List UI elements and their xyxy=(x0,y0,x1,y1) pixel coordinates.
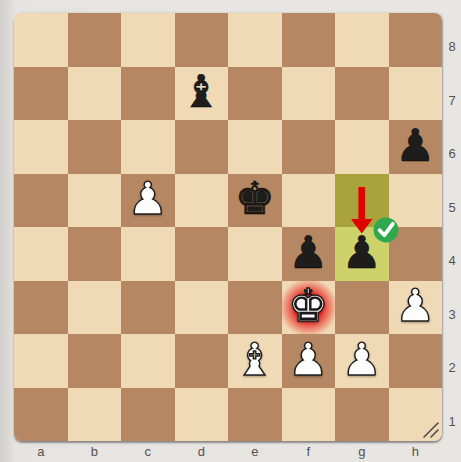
square-h5[interactable] xyxy=(389,174,443,228)
white-pawn[interactable]: ♟ xyxy=(342,337,382,385)
square-h7[interactable] xyxy=(389,67,443,121)
square-h8[interactable] xyxy=(389,13,443,67)
square-b5[interactable] xyxy=(68,174,122,228)
square-b1[interactable] xyxy=(68,388,122,442)
file-label-e: e xyxy=(228,443,282,460)
rank-label-6: 6 xyxy=(444,127,460,181)
square-g8[interactable] xyxy=(335,13,389,67)
square-f1[interactable] xyxy=(282,388,336,442)
square-f6[interactable] xyxy=(282,120,336,174)
file-label-f: f xyxy=(282,443,336,460)
file-label-c: c xyxy=(121,443,175,460)
square-f4[interactable]: ♟ xyxy=(282,227,336,281)
square-h3[interactable]: ♟ xyxy=(389,281,443,335)
square-g7[interactable] xyxy=(335,67,389,121)
file-label-d: d xyxy=(175,443,229,460)
square-d7[interactable]: ♝ xyxy=(175,67,229,121)
square-f2[interactable]: ♟ xyxy=(282,334,336,388)
rank-label-5: 5 xyxy=(444,181,460,235)
square-c2[interactable] xyxy=(121,334,175,388)
square-h4[interactable] xyxy=(389,227,443,281)
square-e5[interactable]: ♚ xyxy=(228,174,282,228)
rank-coordinates: 87654321 xyxy=(444,13,460,441)
file-label-b: b xyxy=(68,443,122,460)
rank-label-1: 1 xyxy=(444,395,460,449)
page: { "game": "chess", "position": "8/3b4/7p… xyxy=(0,0,461,462)
square-d8[interactable] xyxy=(175,13,229,67)
square-e1[interactable] xyxy=(228,388,282,442)
square-b2[interactable] xyxy=(68,334,122,388)
square-a6[interactable] xyxy=(14,120,68,174)
square-e2[interactable]: ♝ xyxy=(228,334,282,388)
square-d3[interactable] xyxy=(175,281,229,335)
square-g6[interactable] xyxy=(335,120,389,174)
chess-board: ♝♟♟♚♟♟♚♟♝♟♟ xyxy=(14,13,442,441)
rank-label-4: 4 xyxy=(444,234,460,288)
square-e7[interactable] xyxy=(228,67,282,121)
square-c7[interactable] xyxy=(121,67,175,121)
square-a1[interactable] xyxy=(14,388,68,442)
black-king[interactable]: ♚ xyxy=(235,176,275,224)
black-pawn[interactable]: ♟ xyxy=(395,123,435,171)
square-g4[interactable]: ♟ xyxy=(335,227,389,281)
black-bishop[interactable]: ♝ xyxy=(181,69,221,117)
rank-label-8: 8 xyxy=(444,20,460,74)
square-f7[interactable] xyxy=(282,67,336,121)
square-b8[interactable] xyxy=(68,13,122,67)
square-b3[interactable] xyxy=(68,281,122,335)
square-c5[interactable]: ♟ xyxy=(121,174,175,228)
file-label-g: g xyxy=(335,443,389,460)
black-pawn[interactable]: ♟ xyxy=(342,230,382,278)
square-d2[interactable] xyxy=(175,334,229,388)
square-e6[interactable] xyxy=(228,120,282,174)
square-g3[interactable] xyxy=(335,281,389,335)
square-e8[interactable] xyxy=(228,13,282,67)
square-e3[interactable] xyxy=(228,281,282,335)
square-e4[interactable] xyxy=(228,227,282,281)
square-c8[interactable] xyxy=(121,13,175,67)
white-pawn[interactable]: ♟ xyxy=(288,337,328,385)
file-coordinates: abcdefgh xyxy=(14,443,442,460)
square-a5[interactable] xyxy=(14,174,68,228)
rank-label-2: 2 xyxy=(444,341,460,395)
square-b4[interactable] xyxy=(68,227,122,281)
rank-label-3: 3 xyxy=(444,288,460,342)
square-f3[interactable]: ♚ xyxy=(282,281,336,335)
white-bishop[interactable]: ♝ xyxy=(235,337,275,385)
square-g1[interactable] xyxy=(335,388,389,442)
square-d6[interactable] xyxy=(175,120,229,174)
square-a4[interactable] xyxy=(14,227,68,281)
square-h1[interactable] xyxy=(389,388,443,442)
white-pawn[interactable]: ♟ xyxy=(128,176,168,224)
square-f8[interactable] xyxy=(282,13,336,67)
white-king[interactable]: ♚ xyxy=(288,283,328,331)
square-a3[interactable] xyxy=(14,281,68,335)
board-squares: ♝♟♟♚♟♟♚♟♝♟♟ xyxy=(14,13,442,441)
square-g5[interactable] xyxy=(335,174,389,228)
square-b7[interactable] xyxy=(68,67,122,121)
square-c1[interactable] xyxy=(121,388,175,442)
square-a2[interactable] xyxy=(14,334,68,388)
square-c6[interactable] xyxy=(121,120,175,174)
square-f5[interactable] xyxy=(282,174,336,228)
black-pawn[interactable]: ♟ xyxy=(288,230,328,278)
square-a8[interactable] xyxy=(14,13,68,67)
square-h2[interactable] xyxy=(389,334,443,388)
square-a7[interactable] xyxy=(14,67,68,121)
rank-label-7: 7 xyxy=(444,74,460,128)
square-d4[interactable] xyxy=(175,227,229,281)
square-c4[interactable] xyxy=(121,227,175,281)
file-label-a: a xyxy=(14,443,68,460)
square-d1[interactable] xyxy=(175,388,229,442)
square-b6[interactable] xyxy=(68,120,122,174)
square-g2[interactable]: ♟ xyxy=(335,334,389,388)
square-h6[interactable]: ♟ xyxy=(389,120,443,174)
square-c3[interactable] xyxy=(121,281,175,335)
white-pawn[interactable]: ♟ xyxy=(395,283,435,331)
file-label-h: h xyxy=(389,443,443,460)
square-d5[interactable] xyxy=(175,174,229,228)
